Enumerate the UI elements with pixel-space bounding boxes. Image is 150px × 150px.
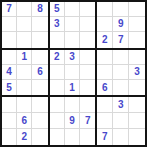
given-digit: 1: [69, 82, 75, 92]
sudoku-box-5: 231: [50, 50, 98, 98]
sudoku-cell-r1c2[interactable]: [17, 2, 32, 17]
sudoku-cell-r4c3[interactable]: [32, 50, 47, 65]
sudoku-cell-r7c1[interactable]: [2, 97, 17, 113]
sudoku-cell-r3c9[interactable]: [129, 32, 145, 47]
sudoku-box-4: 1465: [2, 50, 50, 98]
sudoku-cell-r5c8[interactable]: [113, 65, 129, 80]
given-digit: 6: [22, 115, 28, 125]
sudoku-cell-r5c9[interactable]: 3: [129, 65, 145, 80]
given-digit: 6: [37, 66, 43, 76]
sudoku-page: 7853927146523136629737: [0, 0, 150, 150]
sudoku-cell-r4c6[interactable]: [80, 50, 95, 65]
sudoku-cell-r5c6[interactable]: [80, 65, 95, 80]
sudoku-cell-r8c1[interactable]: [2, 113, 17, 129]
sudoku-cell-r3c6[interactable]: [80, 32, 95, 47]
sudoku-cell-r7c4[interactable]: [50, 97, 65, 113]
sudoku-cell-r6c5[interactable]: 1: [65, 80, 80, 95]
sudoku-cell-r3c8[interactable]: 7: [113, 32, 129, 47]
sudoku-cell-r2c5[interactable]: [65, 17, 80, 32]
sudoku-cell-r5c3[interactable]: 6: [32, 65, 47, 80]
given-digit: 7: [85, 115, 91, 125]
sudoku-cell-r8c6[interactable]: 7: [80, 113, 95, 129]
sudoku-cell-r6c9[interactable]: [129, 80, 145, 95]
given-digit: 7: [102, 132, 108, 142]
given-digit: 2: [102, 35, 108, 45]
sudoku-box-8: 97: [50, 97, 98, 145]
sudoku-cell-r2c3[interactable]: [32, 17, 47, 32]
sudoku-cell-r6c4[interactable]: [50, 80, 65, 95]
sudoku-cell-r3c3[interactable]: [32, 32, 47, 47]
sudoku-cell-r8c8[interactable]: [113, 113, 129, 129]
sudoku-box-3: 927: [97, 2, 145, 50]
sudoku-cell-r2c8[interactable]: 9: [113, 17, 129, 32]
given-digit: 3: [69, 51, 75, 61]
sudoku-cell-r4c5[interactable]: 3: [65, 50, 80, 65]
sudoku-cell-r5c1[interactable]: 4: [2, 65, 17, 80]
sudoku-cell-r3c5[interactable]: [65, 32, 80, 47]
sudoku-cell-r7c3[interactable]: [32, 97, 47, 113]
sudoku-cell-r4c2[interactable]: 1: [17, 50, 32, 65]
sudoku-cell-r9c1[interactable]: [2, 129, 17, 145]
sudoku-cell-r2c1[interactable]: [2, 17, 17, 32]
sudoku-board: 7853927146523136629737: [0, 0, 147, 147]
given-digit: 6: [102, 82, 108, 92]
sudoku-box-1: 78: [2, 2, 50, 50]
sudoku-cell-r5c7[interactable]: [97, 65, 113, 80]
sudoku-cell-r9c2[interactable]: 2: [17, 129, 32, 145]
sudoku-cell-r1c3[interactable]: 8: [32, 2, 47, 17]
sudoku-cell-r5c4[interactable]: [50, 65, 65, 80]
sudoku-cell-r9c4[interactable]: [50, 129, 65, 145]
sudoku-cell-r9c7[interactable]: 7: [97, 129, 113, 145]
given-digit: 7: [118, 35, 124, 45]
sudoku-cell-r4c9[interactable]: [129, 50, 145, 65]
sudoku-cell-r1c6[interactable]: [80, 2, 95, 17]
sudoku-cell-r7c7[interactable]: [97, 97, 113, 113]
sudoku-cell-r3c2[interactable]: [17, 32, 32, 47]
given-digit: 9: [118, 19, 124, 29]
given-digit: 2: [54, 51, 60, 61]
sudoku-cell-r9c8[interactable]: [113, 129, 129, 145]
sudoku-cell-r8c9[interactable]: [129, 113, 145, 129]
sudoku-cell-r1c5[interactable]: [65, 2, 80, 17]
given-digit: 5: [54, 4, 60, 14]
sudoku-cell-r8c2[interactable]: 6: [17, 113, 32, 129]
sudoku-cell-r4c7[interactable]: [97, 50, 113, 65]
sudoku-cell-r9c3[interactable]: [32, 129, 47, 145]
given-digit: 5: [6, 82, 12, 92]
sudoku-cell-r2c7[interactable]: [97, 17, 113, 32]
sudoku-cell-r7c2[interactable]: [17, 97, 32, 113]
sudoku-cell-r7c5[interactable]: [65, 97, 80, 113]
given-digit: 3: [118, 99, 124, 109]
given-digit: 7: [6, 4, 12, 14]
sudoku-cell-r1c9[interactable]: [129, 2, 145, 17]
sudoku-cell-r5c5[interactable]: [65, 65, 80, 80]
sudoku-cell-r2c9[interactable]: [129, 17, 145, 32]
sudoku-cell-r9c9[interactable]: [129, 129, 145, 145]
sudoku-cell-r8c7[interactable]: [97, 113, 113, 129]
given-digit: 4: [6, 66, 12, 76]
sudoku-cell-r8c4[interactable]: [50, 113, 65, 129]
sudoku-cell-r6c1[interactable]: 5: [2, 80, 17, 95]
sudoku-cell-r1c4[interactable]: 5: [50, 2, 65, 17]
sudoku-cell-r5c2[interactable]: [17, 65, 32, 80]
given-digit: 3: [54, 19, 60, 29]
sudoku-cell-r2c6[interactable]: [80, 17, 95, 32]
sudoku-box-2: 53: [50, 2, 98, 50]
sudoku-cell-r2c2[interactable]: [17, 17, 32, 32]
sudoku-cell-r1c8[interactable]: [113, 2, 129, 17]
given-digit: 2: [22, 132, 28, 142]
given-digit: 9: [69, 115, 75, 125]
sudoku-cell-r4c8[interactable]: [113, 50, 129, 65]
sudoku-cell-r3c7[interactable]: 2: [97, 32, 113, 47]
sudoku-cell-r6c2[interactable]: [17, 80, 32, 95]
sudoku-cell-r9c5[interactable]: [65, 129, 80, 145]
sudoku-cell-r8c5[interactable]: 9: [65, 113, 80, 129]
sudoku-cell-r3c4[interactable]: [50, 32, 65, 47]
sudoku-cell-r6c7[interactable]: 6: [97, 80, 113, 95]
sudoku-cell-r6c6[interactable]: [80, 80, 95, 95]
sudoku-box-7: 62: [2, 97, 50, 145]
sudoku-cell-r6c8[interactable]: [113, 80, 129, 95]
sudoku-cell-r7c6[interactable]: [80, 97, 95, 113]
given-digit: 3: [134, 66, 140, 76]
sudoku-cell-r3c1[interactable]: [2, 32, 17, 47]
sudoku-cell-r7c8[interactable]: 3: [113, 97, 129, 113]
sudoku-cell-r4c4[interactable]: 2: [50, 50, 65, 65]
sudoku-cell-r9c6[interactable]: [80, 129, 95, 145]
sudoku-box-9: 37: [97, 97, 145, 145]
sudoku-cell-r1c1[interactable]: 7: [2, 2, 17, 17]
sudoku-cell-r6c3[interactable]: [32, 80, 47, 95]
sudoku-cell-r2c4[interactable]: 3: [50, 17, 65, 32]
sudoku-cell-r4c1[interactable]: [2, 50, 17, 65]
sudoku-cell-r8c3[interactable]: [32, 113, 47, 129]
given-digit: 1: [22, 51, 28, 61]
sudoku-cell-r1c7[interactable]: [97, 2, 113, 17]
given-digit: 8: [37, 4, 43, 14]
sudoku-box-6: 36: [97, 50, 145, 98]
sudoku-cell-r7c9[interactable]: [129, 97, 145, 113]
